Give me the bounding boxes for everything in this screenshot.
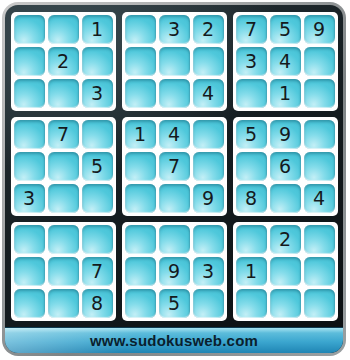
cell-r2c1[interactable]: [14, 47, 45, 76]
cell-r6c1[interactable]: 3: [14, 184, 45, 213]
cell-r9c1[interactable]: [14, 289, 45, 318]
cell-r3c8[interactable]: 1: [270, 79, 301, 108]
cell-r4c9[interactable]: [304, 120, 335, 149]
cell-r5c3[interactable]: 5: [82, 152, 113, 181]
cell-r5c8[interactable]: 6: [270, 152, 301, 181]
cell-r7c1[interactable]: [14, 225, 45, 254]
cell-r3c2[interactable]: [48, 79, 79, 108]
cell-r2c4[interactable]: [125, 47, 156, 76]
cell-r8c4[interactable]: [125, 257, 156, 286]
cell-r9c9[interactable]: [304, 289, 335, 318]
cell-r1c4[interactable]: [125, 15, 156, 44]
box-1-3: 759341: [233, 12, 338, 111]
cell-r2c7[interactable]: 3: [236, 47, 267, 76]
cell-r7c9[interactable]: [304, 225, 335, 254]
box-2-1: 753: [11, 117, 116, 216]
cell-r8c1[interactable]: [14, 257, 45, 286]
cell-r1c2[interactable]: [48, 15, 79, 44]
cell-r8c8[interactable]: [270, 257, 301, 286]
cell-r8c2[interactable]: [48, 257, 79, 286]
cell-r5c4[interactable]: [125, 152, 156, 181]
box-1-1: 123: [11, 12, 116, 111]
cell-r1c7[interactable]: 7: [236, 15, 267, 44]
cell-r6c8[interactable]: [270, 184, 301, 213]
cell-r4c5[interactable]: 4: [159, 120, 190, 149]
cell-r6c5[interactable]: [159, 184, 190, 213]
cell-r1c8[interactable]: 5: [270, 15, 301, 44]
site-url[interactable]: www.sudokusweb.com: [90, 332, 258, 349]
cell-r4c1[interactable]: [14, 120, 45, 149]
cell-r7c8[interactable]: 2: [270, 225, 301, 254]
cell-r5c5[interactable]: 7: [159, 152, 190, 181]
cell-r6c6[interactable]: 9: [193, 184, 224, 213]
cell-r8c5[interactable]: 9: [159, 257, 190, 286]
cell-r1c1[interactable]: [14, 15, 45, 44]
cell-r6c3[interactable]: [82, 184, 113, 213]
cell-r4c4[interactable]: 1: [125, 120, 156, 149]
cell-r5c9[interactable]: [304, 152, 335, 181]
cell-r3c4[interactable]: [125, 79, 156, 108]
cell-r5c6[interactable]: [193, 152, 224, 181]
cell-r6c7[interactable]: 8: [236, 184, 267, 213]
box-2-2: 1479: [122, 117, 227, 216]
cell-r7c6[interactable]: [193, 225, 224, 254]
cell-r9c6[interactable]: [193, 289, 224, 318]
cell-r7c2[interactable]: [48, 225, 79, 254]
cell-r9c4[interactable]: [125, 289, 156, 318]
cell-r2c8[interactable]: 4: [270, 47, 301, 76]
sudoku-widget: 1233247593417531479596847893521 www.sudo…: [0, 0, 350, 360]
cell-r7c7[interactable]: [236, 225, 267, 254]
cell-r6c4[interactable]: [125, 184, 156, 213]
cell-r1c9[interactable]: 9: [304, 15, 335, 44]
cell-r5c1[interactable]: [14, 152, 45, 181]
cell-r4c2[interactable]: 7: [48, 120, 79, 149]
cell-r5c7[interactable]: [236, 152, 267, 181]
cell-r9c3[interactable]: 8: [82, 289, 113, 318]
cell-r4c6[interactable]: [193, 120, 224, 149]
cell-r9c2[interactable]: [48, 289, 79, 318]
cell-r8c3[interactable]: 7: [82, 257, 113, 286]
cell-r9c8[interactable]: [270, 289, 301, 318]
cell-r7c5[interactable]: [159, 225, 190, 254]
cell-r3c6[interactable]: 4: [193, 79, 224, 108]
cell-r7c4[interactable]: [125, 225, 156, 254]
cell-r8c6[interactable]: 3: [193, 257, 224, 286]
cell-r5c2[interactable]: [48, 152, 79, 181]
cell-r7c3[interactable]: [82, 225, 113, 254]
cell-r2c6[interactable]: [193, 47, 224, 76]
cell-r1c6[interactable]: 2: [193, 15, 224, 44]
cell-r6c2[interactable]: [48, 184, 79, 213]
cell-r6c9[interactable]: 4: [304, 184, 335, 213]
cell-r4c8[interactable]: 9: [270, 120, 301, 149]
box-3-3: 21: [233, 222, 338, 321]
cell-r3c5[interactable]: [159, 79, 190, 108]
cell-r3c9[interactable]: [304, 79, 335, 108]
box-3-1: 78: [11, 222, 116, 321]
cell-r3c1[interactable]: [14, 79, 45, 108]
cell-r2c2[interactable]: 2: [48, 47, 79, 76]
board-card: 1233247593417531479596847893521 www.sudo…: [5, 5, 343, 353]
cell-r8c9[interactable]: [304, 257, 335, 286]
cell-r4c3[interactable]: [82, 120, 113, 149]
cell-r1c5[interactable]: 3: [159, 15, 190, 44]
cell-r1c3[interactable]: 1: [82, 15, 113, 44]
cell-r2c3[interactable]: [82, 47, 113, 76]
footer-bar: www.sudokusweb.com: [5, 327, 343, 353]
box-2-3: 59684: [233, 117, 338, 216]
cell-r3c7[interactable]: [236, 79, 267, 108]
box-3-2: 935: [122, 222, 227, 321]
cell-r2c5[interactable]: [159, 47, 190, 76]
sudoku-board: 1233247593417531479596847893521: [5, 5, 343, 327]
cell-r8c7[interactable]: 1: [236, 257, 267, 286]
box-1-2: 324: [122, 12, 227, 111]
cell-r9c5[interactable]: 5: [159, 289, 190, 318]
cell-r2c9[interactable]: [304, 47, 335, 76]
cell-r3c3[interactable]: 3: [82, 79, 113, 108]
board-frame: 1233247593417531479596847893521 www.sudo…: [2, 2, 346, 356]
cell-r4c7[interactable]: 5: [236, 120, 267, 149]
cell-r9c7[interactable]: [236, 289, 267, 318]
